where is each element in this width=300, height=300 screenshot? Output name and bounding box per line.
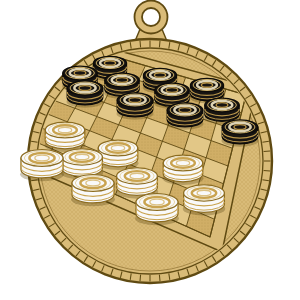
- black-checker: [116, 93, 153, 120]
- loop-hole: [142, 8, 160, 26]
- white-checker: [44, 122, 85, 152]
- white-checker: [71, 175, 115, 207]
- white-checker: [97, 140, 138, 170]
- checkers-medal: [0, 0, 300, 300]
- black-checker: [66, 81, 103, 108]
- white-checker: [135, 194, 179, 226]
- medal-artwork: [0, 0, 300, 300]
- black-checker: [221, 120, 258, 147]
- black-checker: [166, 103, 203, 130]
- white-checker: [162, 155, 203, 185]
- white-checker: [183, 185, 225, 216]
- white-checker: [20, 150, 64, 182]
